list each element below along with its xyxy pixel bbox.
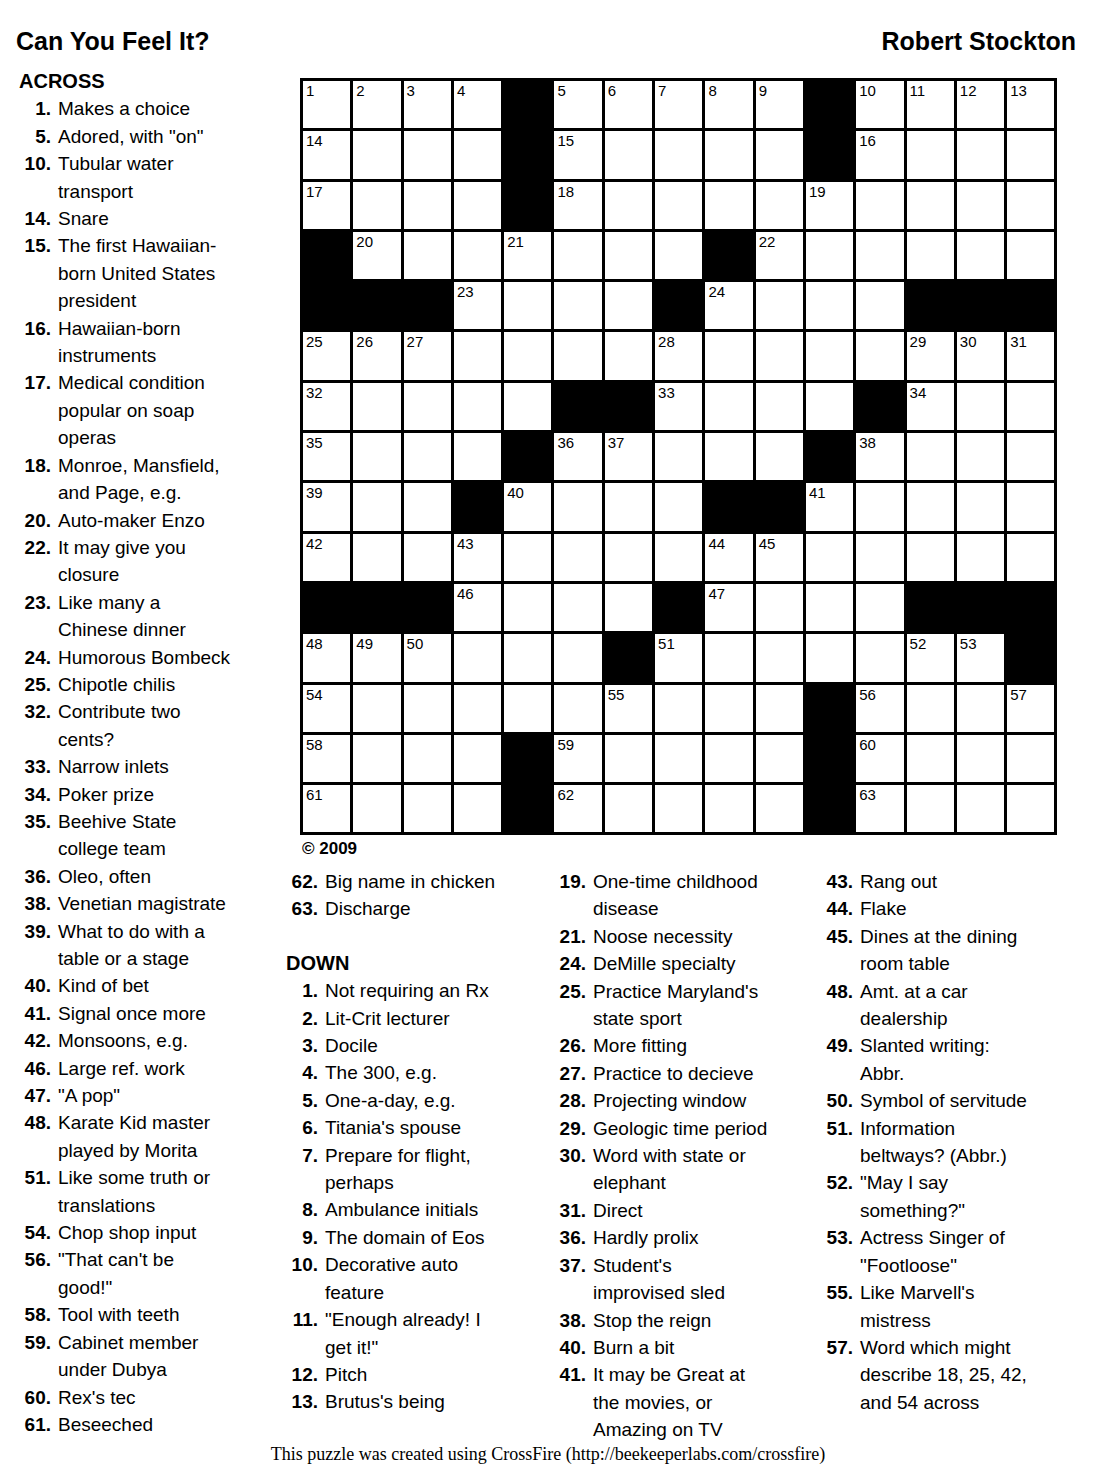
grid-cell[interactable]: 40 bbox=[504, 483, 551, 530]
grid-cell[interactable]: 45 bbox=[756, 534, 803, 581]
grid-cell[interactable]: 16 bbox=[856, 131, 903, 178]
clue-text: Amt. at a car dealership bbox=[860, 978, 968, 1033]
grid-cell-black bbox=[806, 433, 853, 480]
grid-cell[interactable] bbox=[756, 584, 803, 631]
clue-number: 13. bbox=[279, 1388, 318, 1415]
clue-number: 45. bbox=[814, 923, 853, 978]
grid-cell[interactable] bbox=[907, 685, 954, 732]
grid-cell[interactable] bbox=[404, 182, 451, 229]
grid-cell[interactable] bbox=[404, 131, 451, 178]
clue-down-3: 3.Docile bbox=[279, 1032, 539, 1059]
grid-cell[interactable] bbox=[554, 685, 601, 732]
cell-number: 60 bbox=[859, 736, 876, 753]
grid-cell[interactable] bbox=[856, 332, 903, 379]
grid-cell[interactable] bbox=[554, 483, 601, 530]
grid-cell[interactable] bbox=[1007, 735, 1054, 782]
clue-number: 28. bbox=[547, 1087, 586, 1114]
grid-cell[interactable]: 59 bbox=[554, 735, 601, 782]
grid-cell[interactable] bbox=[1007, 483, 1054, 530]
grid-cell[interactable] bbox=[404, 735, 451, 782]
cell-number: 13 bbox=[1010, 82, 1027, 99]
grid-cell[interactable] bbox=[705, 182, 752, 229]
grid-cell[interactable] bbox=[907, 433, 954, 480]
cell-number: 21 bbox=[507, 233, 524, 250]
grid-cell[interactable]: 19 bbox=[806, 182, 853, 229]
grid-cell[interactable]: 46 bbox=[454, 584, 501, 631]
grid-cell[interactable] bbox=[705, 332, 752, 379]
grid-cell[interactable] bbox=[705, 785, 752, 832]
grid-cell[interactable] bbox=[806, 282, 853, 329]
grid-cell[interactable] bbox=[605, 332, 652, 379]
grid-cell[interactable] bbox=[454, 433, 501, 480]
clue-down-24: 24.DeMille specialty bbox=[547, 950, 811, 977]
grid-cell[interactable]: 38 bbox=[856, 433, 903, 480]
grid-cell-black bbox=[353, 282, 400, 329]
grid-cell[interactable] bbox=[806, 584, 853, 631]
grid-cell[interactable]: 8 bbox=[705, 81, 752, 128]
clue-text: One-time childhood disease bbox=[593, 868, 758, 923]
grid-cell[interactable]: 61 bbox=[303, 785, 350, 832]
grid-cell[interactable]: 14 bbox=[303, 131, 350, 178]
grid-cell[interactable]: 12 bbox=[957, 81, 1004, 128]
clue-down-25: 25.Practice Maryland's state sport bbox=[547, 978, 811, 1033]
grid-cell[interactable] bbox=[454, 332, 501, 379]
grid-cell[interactable]: 4 bbox=[454, 81, 501, 128]
grid-cell[interactable]: 54 bbox=[303, 685, 350, 732]
grid-cell[interactable]: 22 bbox=[756, 232, 803, 279]
grid-cell[interactable] bbox=[856, 282, 903, 329]
grid-cell[interactable]: 30 bbox=[957, 332, 1004, 379]
grid-cell[interactable]: 63 bbox=[856, 785, 903, 832]
clue-column-across-end-and-down: 62.Big name in chicken63.DischargeDOWN1.… bbox=[279, 868, 539, 1416]
grid-cell[interactable] bbox=[655, 232, 702, 279]
clue-text: Monroe, Mansfield, and Page, e.g. bbox=[58, 452, 220, 507]
grid-cell[interactable] bbox=[554, 634, 601, 681]
clue-text: Adored, with "on" bbox=[58, 123, 204, 150]
grid-cell[interactable]: 51 bbox=[655, 634, 702, 681]
grid-cell[interactable] bbox=[655, 182, 702, 229]
clue-number: 4. bbox=[279, 1059, 318, 1086]
grid-cell[interactable] bbox=[806, 232, 853, 279]
cell-number: 63 bbox=[859, 786, 876, 803]
clue-number: 48. bbox=[814, 978, 853, 1033]
clue-across-16: 16.Hawaiian-born instruments bbox=[12, 315, 287, 370]
clue-text: Narrow inlets bbox=[58, 753, 169, 780]
grid-cell[interactable]: 25 bbox=[303, 332, 350, 379]
grid-cell[interactable] bbox=[454, 383, 501, 430]
grid-cell[interactable] bbox=[907, 131, 954, 178]
clue-text: Prepare for flight, perhaps bbox=[325, 1142, 471, 1197]
clue-down-8: 8.Ambulance initials bbox=[279, 1196, 539, 1223]
grid-cell[interactable] bbox=[907, 483, 954, 530]
cell-number: 7 bbox=[658, 82, 666, 99]
grid-cell[interactable] bbox=[957, 785, 1004, 832]
clue-text: Chipotle chilis bbox=[58, 671, 175, 698]
grid-cell[interactable]: 52 bbox=[907, 634, 954, 681]
cell-number: 14 bbox=[306, 132, 323, 149]
grid-cell[interactable]: 58 bbox=[303, 735, 350, 782]
clue-across-35: 35.Beehive State college team bbox=[12, 808, 287, 863]
grid-cell[interactable] bbox=[806, 332, 853, 379]
clue-across-22: 22.It may give you closure bbox=[12, 534, 287, 589]
grid-cell[interactable]: 39 bbox=[303, 483, 350, 530]
cell-number: 23 bbox=[457, 283, 474, 300]
grid-cell[interactable] bbox=[554, 332, 601, 379]
grid-cell[interactable] bbox=[705, 433, 752, 480]
grid-cell[interactable] bbox=[756, 282, 803, 329]
grid-cell[interactable] bbox=[454, 785, 501, 832]
grid-cell[interactable]: 33 bbox=[655, 383, 702, 430]
grid-cell[interactable] bbox=[554, 534, 601, 581]
grid-cell[interactable] bbox=[907, 182, 954, 229]
grid-cell[interactable]: 28 bbox=[655, 332, 702, 379]
grid-cell[interactable]: 13 bbox=[1007, 81, 1054, 128]
clue-text: Word with state or elephant bbox=[593, 1142, 746, 1197]
grid-cell[interactable] bbox=[856, 634, 903, 681]
grid-cell[interactable]: 42 bbox=[303, 534, 350, 581]
grid-cell[interactable]: 50 bbox=[404, 634, 451, 681]
grid-cell[interactable] bbox=[605, 182, 652, 229]
clue-number: 44. bbox=[814, 895, 853, 922]
grid-cell[interactable]: 57 bbox=[1007, 685, 1054, 732]
grid-cell[interactable] bbox=[1007, 131, 1054, 178]
clue-down-12: 12.Pitch bbox=[279, 1361, 539, 1388]
grid-cell[interactable] bbox=[705, 634, 752, 681]
grid-cell[interactable] bbox=[353, 785, 400, 832]
grid-cell[interactable]: 43 bbox=[454, 534, 501, 581]
grid-cell[interactable] bbox=[705, 685, 752, 732]
grid-cell[interactable]: 3 bbox=[404, 81, 451, 128]
grid-cell[interactable] bbox=[404, 483, 451, 530]
grid-cell[interactable]: 17 bbox=[303, 182, 350, 229]
grid-cell[interactable]: 55 bbox=[605, 685, 652, 732]
grid-cell[interactable] bbox=[907, 232, 954, 279]
grid-cell[interactable] bbox=[655, 785, 702, 832]
cell-number: 45 bbox=[759, 535, 776, 552]
grid-cell[interactable] bbox=[1007, 383, 1054, 430]
copyright-notice: © 2009 bbox=[302, 839, 357, 859]
grid-cell[interactable] bbox=[554, 282, 601, 329]
grid-cell[interactable] bbox=[404, 232, 451, 279]
cell-number: 10 bbox=[859, 82, 876, 99]
clue-across-34: 34.Poker prize bbox=[12, 781, 287, 808]
grid-cell[interactable]: 10 bbox=[856, 81, 903, 128]
grid-cell[interactable] bbox=[605, 735, 652, 782]
grid-cell[interactable] bbox=[655, 483, 702, 530]
cell-number: 30 bbox=[960, 333, 977, 350]
grid-cell[interactable] bbox=[605, 785, 652, 832]
clue-number: 55. bbox=[814, 1279, 853, 1334]
grid-cell[interactable] bbox=[404, 534, 451, 581]
cell-number: 2 bbox=[356, 82, 364, 99]
cell-number: 24 bbox=[708, 283, 725, 300]
clue-number: 50. bbox=[814, 1087, 853, 1114]
grid-cell[interactable]: 11 bbox=[907, 81, 954, 128]
grid-cell[interactable]: 31 bbox=[1007, 332, 1054, 379]
grid-cell[interactable]: 21 bbox=[504, 232, 551, 279]
grid-cell[interactable] bbox=[504, 332, 551, 379]
grid-cell[interactable] bbox=[655, 685, 702, 732]
clue-text: Venetian magistrate bbox=[58, 890, 226, 917]
grid-cell-black bbox=[303, 584, 350, 631]
clue-across-60: 60.Rex's tec bbox=[12, 1384, 287, 1411]
grid-cell[interactable] bbox=[907, 735, 954, 782]
clue-number: 42. bbox=[12, 1027, 51, 1054]
grid-cell[interactable] bbox=[1007, 534, 1054, 581]
clue-number: 24. bbox=[547, 950, 586, 977]
clue-across-39: 39.What to do with a table or a stage bbox=[12, 918, 287, 973]
grid-cell[interactable] bbox=[957, 534, 1004, 581]
clue-down-26: 26.More fitting bbox=[547, 1032, 811, 1059]
grid-cell[interactable]: 53 bbox=[957, 634, 1004, 681]
grid-cell[interactable] bbox=[907, 785, 954, 832]
grid-cell[interactable] bbox=[655, 433, 702, 480]
grid-cell[interactable] bbox=[756, 332, 803, 379]
grid-cell[interactable] bbox=[957, 735, 1004, 782]
grid-cell[interactable]: 47 bbox=[705, 584, 752, 631]
grid-cell[interactable] bbox=[554, 232, 601, 279]
puzzle-author: Robert Stockton bbox=[882, 27, 1076, 56]
grid-cell[interactable] bbox=[957, 131, 1004, 178]
grid-cell[interactable]: 2 bbox=[353, 81, 400, 128]
cell-number: 46 bbox=[457, 585, 474, 602]
grid-cell[interactable] bbox=[605, 534, 652, 581]
grid-cell[interactable]: 48 bbox=[303, 634, 350, 681]
clue-text: The domain of Eos bbox=[325, 1224, 484, 1251]
clue-down-19: 19.One-time childhood disease bbox=[547, 868, 811, 923]
cell-number: 4 bbox=[457, 82, 465, 99]
grid-cell[interactable] bbox=[1007, 182, 1054, 229]
grid-cell[interactable]: 49 bbox=[353, 634, 400, 681]
grid-cell[interactable] bbox=[756, 685, 803, 732]
grid-cell[interactable] bbox=[504, 534, 551, 581]
clue-text: Monsoons, e.g. bbox=[58, 1027, 188, 1054]
clue-text: The first Hawaiian- born United States p… bbox=[58, 232, 216, 314]
grid-cell[interactable] bbox=[454, 685, 501, 732]
grid-cell[interactable] bbox=[705, 735, 752, 782]
grid-cell[interactable] bbox=[756, 182, 803, 229]
grid-cell[interactable]: 37 bbox=[605, 433, 652, 480]
grid-cell[interactable]: 32 bbox=[303, 383, 350, 430]
grid-cell[interactable] bbox=[353, 383, 400, 430]
clue-number: 41. bbox=[547, 1361, 586, 1443]
grid-cell[interactable] bbox=[655, 534, 702, 581]
grid-cell[interactable]: 60 bbox=[856, 735, 903, 782]
clue-text: DeMille specialty bbox=[593, 950, 736, 977]
grid-cell[interactable] bbox=[605, 483, 652, 530]
clue-across-51: 51.Like some truth or translations bbox=[12, 1164, 287, 1219]
grid-cell[interactable] bbox=[454, 182, 501, 229]
clue-across-15: 15.The first Hawaiian- born United State… bbox=[12, 232, 287, 314]
grid-cell[interactable]: 41 bbox=[806, 483, 853, 530]
grid-cell[interactable]: 15 bbox=[554, 131, 601, 178]
grid-cell[interactable] bbox=[504, 584, 551, 631]
grid-cell[interactable] bbox=[806, 534, 853, 581]
clue-text: Burn a bit bbox=[593, 1334, 674, 1361]
grid-cell-black bbox=[756, 483, 803, 530]
grid-cell[interactable] bbox=[907, 534, 954, 581]
grid-cell[interactable]: 9 bbox=[756, 81, 803, 128]
grid-cell[interactable] bbox=[404, 383, 451, 430]
grid-cell[interactable] bbox=[504, 282, 551, 329]
cell-number: 12 bbox=[960, 82, 977, 99]
grid-cell[interactable] bbox=[957, 232, 1004, 279]
grid-cell[interactable] bbox=[1007, 232, 1054, 279]
clue-text: Not requiring an Rx bbox=[325, 977, 489, 1004]
grid-cell[interactable] bbox=[756, 634, 803, 681]
grid-cell[interactable]: 35 bbox=[303, 433, 350, 480]
grid-cell[interactable] bbox=[806, 634, 853, 681]
cell-number: 25 bbox=[306, 333, 323, 350]
grid-cell-black bbox=[806, 131, 853, 178]
clue-number: 6. bbox=[279, 1114, 318, 1141]
grid-cell[interactable]: 5 bbox=[554, 81, 601, 128]
grid-cell[interactable]: 62 bbox=[554, 785, 601, 832]
grid-cell[interactable] bbox=[856, 584, 903, 631]
clue-number: 20. bbox=[12, 507, 51, 534]
grid-cell[interactable] bbox=[856, 534, 903, 581]
grid-cell[interactable] bbox=[705, 383, 752, 430]
grid-cell-black bbox=[957, 584, 1004, 631]
clue-number: 61. bbox=[12, 1411, 51, 1438]
generator-credit: This puzzle was created using CrossFire … bbox=[0, 1444, 1096, 1465]
clue-across-24: 24.Humorous Bombeck bbox=[12, 644, 287, 671]
clue-across-5: 5.Adored, with "on" bbox=[12, 123, 287, 150]
cell-number: 3 bbox=[407, 82, 415, 99]
clue-text: The 300, e.g. bbox=[325, 1059, 437, 1086]
clue-number: 31. bbox=[547, 1197, 586, 1224]
grid-cell[interactable] bbox=[957, 483, 1004, 530]
grid-cell-black bbox=[806, 735, 853, 782]
grid-cell[interactable]: 6 bbox=[605, 81, 652, 128]
clue-text: Poker prize bbox=[58, 781, 154, 808]
clue-text: Ambulance initials bbox=[325, 1196, 478, 1223]
grid-cell[interactable] bbox=[404, 685, 451, 732]
grid-cell[interactable] bbox=[404, 433, 451, 480]
clue-across-10: 10.Tubular water transport bbox=[12, 150, 287, 205]
grid-cell[interactable] bbox=[404, 785, 451, 832]
grid-cell[interactable] bbox=[454, 232, 501, 279]
grid-cell[interactable]: 56 bbox=[856, 685, 903, 732]
grid-cell[interactable] bbox=[353, 735, 400, 782]
grid-cell[interactable]: 1 bbox=[303, 81, 350, 128]
clue-text: Direct bbox=[593, 1197, 643, 1224]
clue-number: 25. bbox=[547, 978, 586, 1033]
grid-cell[interactable] bbox=[957, 433, 1004, 480]
clue-text: Like some truth or translations bbox=[58, 1164, 210, 1219]
clue-text: Geologic time period bbox=[593, 1115, 767, 1142]
grid-cell[interactable] bbox=[806, 383, 853, 430]
grid-cell[interactable] bbox=[705, 131, 752, 178]
grid-cell[interactable]: 7 bbox=[655, 81, 702, 128]
grid-cell[interactable] bbox=[756, 131, 803, 178]
grid-cell[interactable]: 29 bbox=[907, 332, 954, 379]
grid-cell[interactable] bbox=[756, 785, 803, 832]
grid-cell[interactable] bbox=[504, 634, 551, 681]
grid-cell[interactable] bbox=[1007, 433, 1054, 480]
grid-cell[interactable] bbox=[957, 383, 1004, 430]
grid-cell[interactable] bbox=[756, 433, 803, 480]
cell-number: 38 bbox=[859, 434, 876, 451]
grid-cell-black bbox=[705, 483, 752, 530]
grid-cell[interactable]: 18 bbox=[554, 182, 601, 229]
clue-text: Medical condition popular on soap operas bbox=[58, 369, 205, 451]
clue-down-2: 2.Lit-Crit lecturer bbox=[279, 1005, 539, 1032]
grid-cell[interactable] bbox=[454, 735, 501, 782]
grid-cell[interactable] bbox=[756, 383, 803, 430]
grid-cell[interactable] bbox=[655, 735, 702, 782]
grid-cell[interactable]: 23 bbox=[454, 282, 501, 329]
grid-cell[interactable] bbox=[504, 383, 551, 430]
grid-cell[interactable] bbox=[655, 131, 702, 178]
clue-down-9: 9.The domain of Eos bbox=[279, 1224, 539, 1251]
grid-cell[interactable]: 26 bbox=[353, 332, 400, 379]
grid-cell[interactable] bbox=[1007, 785, 1054, 832]
grid-cell[interactable] bbox=[605, 131, 652, 178]
clue-number: 11. bbox=[279, 1306, 318, 1361]
grid-cell[interactable] bbox=[605, 282, 652, 329]
clue-number: 62. bbox=[279, 868, 318, 895]
grid-cell[interactable]: 44 bbox=[705, 534, 752, 581]
clue-text: Auto-maker Enzo bbox=[58, 507, 205, 534]
grid-cell[interactable] bbox=[554, 584, 601, 631]
grid-cell[interactable] bbox=[353, 534, 400, 581]
clue-down-50: 50.Symbol of servitude bbox=[814, 1087, 1082, 1114]
clue-text: Titania's spouse bbox=[325, 1114, 461, 1141]
grid-cell[interactable] bbox=[605, 584, 652, 631]
clue-number: 41. bbox=[12, 1000, 51, 1027]
grid-cell[interactable] bbox=[353, 483, 400, 530]
clue-number: 46. bbox=[12, 1055, 51, 1082]
clue-number: 23. bbox=[12, 589, 51, 644]
clue-down-55: 55.Like Marvell's mistress bbox=[814, 1279, 1082, 1334]
grid-cell[interactable] bbox=[756, 735, 803, 782]
grid-cell[interactable] bbox=[353, 685, 400, 732]
grid-cell[interactable] bbox=[353, 182, 400, 229]
clue-number: 40. bbox=[12, 972, 51, 999]
grid-cell[interactable]: 36 bbox=[554, 433, 601, 480]
cell-number: 16 bbox=[859, 132, 876, 149]
clue-text: Snare bbox=[58, 205, 109, 232]
grid-cell[interactable] bbox=[957, 685, 1004, 732]
grid-cell[interactable]: 24 bbox=[705, 282, 752, 329]
grid-cell[interactable]: 27 bbox=[404, 332, 451, 379]
clue-down-21: 21.Noose necessity bbox=[547, 923, 811, 950]
grid-cell[interactable] bbox=[856, 232, 903, 279]
clue-number: 12. bbox=[279, 1361, 318, 1388]
clue-down-30: 30.Word with state or elephant bbox=[547, 1142, 811, 1197]
grid-cell[interactable] bbox=[605, 232, 652, 279]
grid-cell[interactable]: 34 bbox=[907, 383, 954, 430]
grid-cell[interactable] bbox=[856, 182, 903, 229]
grid-cell[interactable] bbox=[353, 131, 400, 178]
grid-cell[interactable] bbox=[454, 634, 501, 681]
grid-cell-black bbox=[655, 282, 702, 329]
clue-number: 8. bbox=[279, 1196, 318, 1223]
clue-number: 1. bbox=[279, 977, 318, 1004]
clue-text: Word which might describe 18, 25, 42, an… bbox=[860, 1334, 1027, 1416]
clue-text: Hawaiian-born instruments bbox=[58, 315, 181, 370]
crossword-grid: 1234567891011121314151617181920212223242… bbox=[300, 78, 1057, 835]
grid-cell[interactable] bbox=[353, 433, 400, 480]
grid-cell-black bbox=[1007, 584, 1054, 631]
grid-cell[interactable] bbox=[957, 182, 1004, 229]
clue-number: 34. bbox=[12, 781, 51, 808]
grid-cell[interactable] bbox=[504, 685, 551, 732]
grid-cell[interactable]: 20 bbox=[353, 232, 400, 279]
grid-cell[interactable] bbox=[454, 131, 501, 178]
grid-cell[interactable] bbox=[856, 483, 903, 530]
